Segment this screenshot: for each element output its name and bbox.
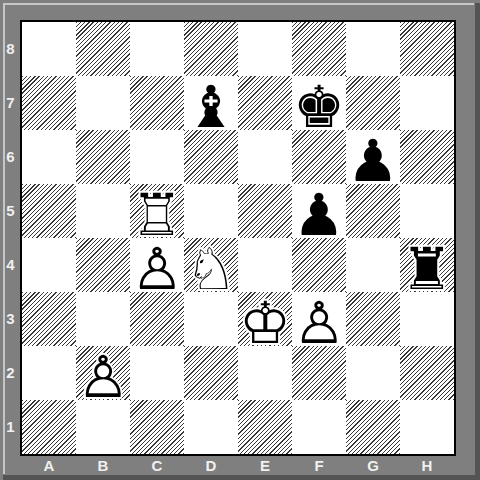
square-c3[interactable] (130, 292, 184, 346)
file-label-h: H (400, 457, 454, 474)
square-d1[interactable] (184, 400, 238, 454)
square-c5[interactable]: ♜︎♖︎ (130, 184, 184, 238)
file-labels: ABCDEFGH (22, 457, 454, 474)
square-f6[interactable] (292, 130, 346, 184)
rank-label-6: 6 (2, 130, 19, 184)
frame-shadow-right (475, 3, 480, 480)
square-d2[interactable] (184, 346, 238, 400)
piece-outline-layer: ♚︎ (293, 78, 345, 136)
square-c2[interactable] (130, 346, 184, 400)
square-d6[interactable] (184, 130, 238, 184)
square-e4[interactable] (238, 238, 292, 292)
square-b8[interactable] (76, 22, 130, 76)
square-h6[interactable] (400, 130, 454, 184)
square-e8[interactable] (238, 22, 292, 76)
piece-outline-layer: ♙︎ (293, 294, 345, 352)
square-g7[interactable] (346, 76, 400, 130)
square-h4[interactable]: ♜︎♜︎ (400, 238, 454, 292)
file-label-b: B (76, 457, 130, 474)
piece-outline-layer: ♔︎ (239, 294, 291, 352)
frame-shadow-bottom (3, 475, 480, 480)
square-b3[interactable] (76, 292, 130, 346)
rank-label-7: 7 (2, 76, 19, 130)
square-a6[interactable] (22, 130, 76, 184)
piece-white-pawn-c4[interactable]: ♟︎♙︎ (130, 238, 184, 292)
square-g4[interactable] (346, 238, 400, 292)
square-e7[interactable] (238, 76, 292, 130)
square-g1[interactable] (346, 400, 400, 454)
square-b5[interactable] (76, 184, 130, 238)
rank-label-2: 2 (2, 346, 19, 400)
piece-outline-layer: ♟︎ (347, 132, 399, 190)
square-g2[interactable] (346, 346, 400, 400)
square-g8[interactable] (346, 22, 400, 76)
square-f1[interactable] (292, 400, 346, 454)
square-b1[interactable] (76, 400, 130, 454)
square-e5[interactable] (238, 184, 292, 238)
square-h5[interactable] (400, 184, 454, 238)
piece-black-king-f7[interactable]: ♚︎♚︎ (292, 76, 346, 130)
square-d8[interactable] (184, 22, 238, 76)
piece-white-rook-c5[interactable]: ♜︎♖︎ (130, 184, 184, 238)
square-f4[interactable] (292, 238, 346, 292)
rank-label-8: 8 (2, 22, 19, 76)
diagram-frame: ♝︎♝︎♚︎♚︎♟︎♟︎♜︎♖︎♟︎♟︎♟︎♙︎♞︎♘︎♜︎♜︎♚︎♔︎♟︎♙︎… (0, 0, 480, 480)
square-c7[interactable] (130, 76, 184, 130)
square-a2[interactable] (22, 346, 76, 400)
square-a8[interactable] (22, 22, 76, 76)
square-f2[interactable] (292, 346, 346, 400)
square-h2[interactable] (400, 346, 454, 400)
piece-black-bishop-d7[interactable]: ♝︎♝︎ (184, 76, 238, 130)
square-b6[interactable] (76, 130, 130, 184)
rank-label-3: 3 (2, 292, 19, 346)
piece-outline-layer: ♘︎ (185, 240, 237, 298)
square-d4[interactable]: ♞︎♘︎ (184, 238, 238, 292)
piece-white-king-e3[interactable]: ♚︎♔︎ (238, 292, 292, 346)
rank-label-1: 1 (2, 400, 19, 454)
piece-white-knight-d4[interactable]: ♞︎♘︎ (184, 238, 238, 292)
rank-labels: 87654321 (2, 22, 19, 454)
square-b7[interactable] (76, 76, 130, 130)
square-e2[interactable] (238, 346, 292, 400)
square-g5[interactable] (346, 184, 400, 238)
square-f3[interactable]: ♟︎♙︎ (292, 292, 346, 346)
piece-white-pawn-f3[interactable]: ♟︎♙︎ (292, 292, 346, 346)
piece-outline-layer: ♙︎ (77, 348, 129, 406)
square-e3[interactable]: ♚︎♔︎ (238, 292, 292, 346)
file-label-g: G (346, 457, 400, 474)
file-label-c: C (130, 457, 184, 474)
square-f7[interactable]: ♚︎♚︎ (292, 76, 346, 130)
file-label-a: A (22, 457, 76, 474)
piece-black-pawn-g6[interactable]: ♟︎♟︎ (346, 130, 400, 184)
square-g6[interactable]: ♟︎♟︎ (346, 130, 400, 184)
square-e6[interactable] (238, 130, 292, 184)
piece-outline-layer: ♝︎ (185, 78, 237, 136)
square-f5[interactable]: ♟︎♟︎ (292, 184, 346, 238)
rank-label-5: 5 (2, 184, 19, 238)
file-label-f: F (292, 457, 346, 474)
chess-board: ♝︎♝︎♚︎♚︎♟︎♟︎♜︎♖︎♟︎♟︎♟︎♙︎♞︎♘︎♜︎♜︎♚︎♔︎♟︎♙︎… (20, 20, 456, 456)
square-h8[interactable] (400, 22, 454, 76)
square-a7[interactable] (22, 76, 76, 130)
square-a3[interactable] (22, 292, 76, 346)
file-label-d: D (184, 457, 238, 474)
square-d5[interactable] (184, 184, 238, 238)
square-f8[interactable] (292, 22, 346, 76)
piece-white-pawn-b2[interactable]: ♟︎♙︎ (76, 346, 130, 400)
square-h7[interactable] (400, 76, 454, 130)
piece-outline-layer: ♜︎ (401, 240, 453, 298)
square-g3[interactable] (346, 292, 400, 346)
square-e1[interactable] (238, 400, 292, 454)
piece-black-rook-h4[interactable]: ♜︎♜︎ (400, 238, 454, 292)
square-a5[interactable] (22, 184, 76, 238)
rank-label-4: 4 (2, 238, 19, 292)
piece-black-pawn-f5[interactable]: ♟︎♟︎ (292, 184, 346, 238)
square-d3[interactable] (184, 292, 238, 346)
square-c1[interactable] (130, 400, 184, 454)
square-h1[interactable] (400, 400, 454, 454)
piece-outline-layer: ♟︎ (293, 186, 345, 244)
square-c6[interactable] (130, 130, 184, 184)
file-label-e: E (238, 457, 292, 474)
square-h3[interactable] (400, 292, 454, 346)
square-b4[interactable] (76, 238, 130, 292)
square-a1[interactable] (22, 400, 76, 454)
square-d7[interactable]: ♝︎♝︎ (184, 76, 238, 130)
piece-outline-layer: ♙︎ (131, 240, 183, 298)
square-c4[interactable]: ♟︎♙︎ (130, 238, 184, 292)
square-b2[interactable]: ♟︎♙︎ (76, 346, 130, 400)
square-c8[interactable] (130, 22, 184, 76)
square-a4[interactable] (22, 238, 76, 292)
